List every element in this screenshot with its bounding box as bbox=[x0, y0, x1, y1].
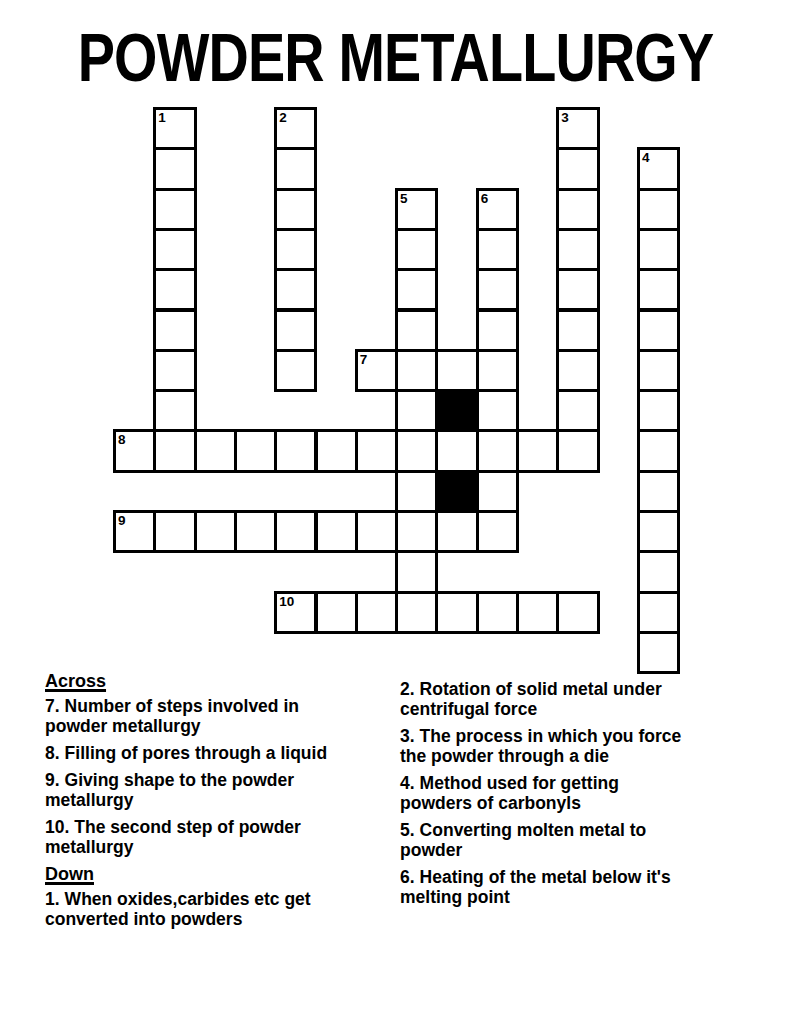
cell-r9c11[interactable] bbox=[516, 429, 559, 472]
cell-r13c5[interactable]: 10 bbox=[274, 591, 317, 634]
cell-r4c14[interactable] bbox=[637, 228, 680, 271]
clue-text: Method used for getting powders of carbo… bbox=[400, 773, 619, 813]
clue-down-1: 1.When oxides,carbides etc get converted… bbox=[45, 889, 393, 929]
cell-r11c4[interactable] bbox=[234, 510, 277, 553]
cell-r9c5[interactable] bbox=[274, 429, 317, 472]
cell-r10c14[interactable] bbox=[637, 470, 680, 513]
cell-r11c7[interactable] bbox=[355, 510, 398, 553]
cell-r13c12[interactable] bbox=[556, 591, 599, 634]
cell-r6c10[interactable] bbox=[476, 309, 519, 352]
cell-r5c5[interactable] bbox=[274, 268, 317, 311]
cell-r6c14[interactable] bbox=[637, 309, 680, 352]
clue-text: Number of steps involved in powder metal… bbox=[45, 696, 299, 736]
cell-r9c1[interactable]: 8 bbox=[113, 429, 156, 472]
cell-r8c2[interactable] bbox=[153, 389, 196, 432]
clue-text: Heating of the metal below it's melting … bbox=[400, 867, 671, 907]
clue-number: 8. bbox=[45, 743, 60, 763]
cell-r7c5[interactable] bbox=[274, 349, 317, 392]
cell-r3c8[interactable]: 5 bbox=[395, 188, 438, 231]
cell-r12c8[interactable] bbox=[395, 550, 438, 593]
cell-r13c14[interactable] bbox=[637, 591, 680, 634]
cell-r13c8[interactable] bbox=[395, 591, 438, 634]
cell-r10c10[interactable] bbox=[476, 470, 519, 513]
cell-r10c8[interactable] bbox=[395, 470, 438, 513]
cell-r2c14[interactable]: 4 bbox=[637, 147, 680, 190]
cell-r8c12[interactable] bbox=[556, 389, 599, 432]
clue-text: The second step of powder metallurgy bbox=[45, 817, 301, 857]
cell-r9c8[interactable] bbox=[395, 429, 438, 472]
cell-r4c10[interactable] bbox=[476, 228, 519, 271]
cell-r9c12[interactable] bbox=[556, 429, 599, 472]
clue-number: 5. bbox=[400, 820, 415, 840]
cell-r7c14[interactable] bbox=[637, 349, 680, 392]
clue-column-left: Across 7.Number of steps involved in pow… bbox=[45, 671, 393, 936]
clue-text: Rotation of solid metal under centrifuga… bbox=[400, 679, 662, 719]
cell-r9c2[interactable] bbox=[153, 429, 196, 472]
cell-r9c14[interactable] bbox=[637, 429, 680, 472]
clue-across-7: 7.Number of steps involved in powder met… bbox=[45, 696, 393, 736]
cell-r11c3[interactable] bbox=[194, 510, 237, 553]
cell-r8c8[interactable] bbox=[395, 389, 438, 432]
cell-r7c2[interactable] bbox=[153, 349, 196, 392]
down-heading: Down bbox=[45, 864, 393, 884]
clue-number: 2. bbox=[400, 679, 415, 699]
cell-r7c8[interactable] bbox=[395, 349, 438, 392]
cell-r8c10[interactable] bbox=[476, 389, 519, 432]
cell-r13c10[interactable] bbox=[476, 591, 519, 634]
cell-r6c8[interactable] bbox=[395, 309, 438, 352]
cell-r7c7[interactable]: 7 bbox=[355, 349, 398, 392]
cell-number: 7 bbox=[360, 352, 368, 368]
clue-number: 3. bbox=[400, 726, 415, 746]
black-cell-r10c9 bbox=[435, 470, 478, 513]
cell-r4c5[interactable] bbox=[274, 228, 317, 271]
cell-number: 1 bbox=[158, 110, 166, 126]
clue-column-right: 2.Rotation of solid metal under centrifu… bbox=[400, 671, 750, 914]
clue-across-8: 8.Filling of pores through a liquid bbox=[45, 743, 393, 763]
page-title: POWDER METALLURGY bbox=[71, 22, 720, 92]
clue-down-6: 6.Heating of the metal below it's meltin… bbox=[400, 867, 750, 907]
cell-r1c5[interactable]: 2 bbox=[274, 107, 317, 150]
clue-text: Giving shape to the powder metallurgy bbox=[45, 770, 294, 810]
cell-number: 5 bbox=[400, 191, 408, 207]
cell-r11c5[interactable] bbox=[274, 510, 317, 553]
cell-r9c4[interactable] bbox=[234, 429, 277, 472]
cell-r13c6[interactable] bbox=[315, 591, 358, 634]
cell-r9c7[interactable] bbox=[355, 429, 398, 472]
cell-r11c10[interactable] bbox=[476, 510, 519, 553]
clue-text: Converting molten metal to powder bbox=[400, 820, 646, 860]
cell-r3c12[interactable] bbox=[556, 188, 599, 231]
cell-r6c2[interactable] bbox=[153, 309, 196, 352]
across-heading: Across bbox=[45, 671, 393, 691]
cell-r3c10[interactable]: 6 bbox=[476, 188, 519, 231]
clue-number: 7. bbox=[45, 696, 60, 716]
cell-r7c10[interactable] bbox=[476, 349, 519, 392]
clue-number: 9. bbox=[45, 770, 60, 790]
clue-across-9: 9.Giving shape to the powder metallurgy bbox=[45, 770, 393, 810]
cell-r2c2[interactable] bbox=[153, 147, 196, 190]
cell-r7c12[interactable] bbox=[556, 349, 599, 392]
cell-r9c3[interactable] bbox=[194, 429, 237, 472]
cell-r13c9[interactable] bbox=[435, 591, 478, 634]
cell-r11c1[interactable]: 9 bbox=[113, 510, 156, 553]
cell-r11c8[interactable] bbox=[395, 510, 438, 553]
cell-r11c2[interactable] bbox=[153, 510, 196, 553]
clue-number: 10. bbox=[45, 817, 69, 837]
cell-number: 4 bbox=[642, 150, 650, 166]
clue-text: Filling of pores through a liquid bbox=[65, 743, 327, 763]
cell-number: 8 bbox=[118, 432, 126, 448]
cell-number: 3 bbox=[561, 110, 569, 126]
cell-r7c9[interactable] bbox=[435, 349, 478, 392]
cell-r5c2[interactable] bbox=[153, 268, 196, 311]
cell-r3c5[interactable] bbox=[274, 188, 317, 231]
cell-r2c12[interactable] bbox=[556, 147, 599, 190]
cell-r14c14[interactable] bbox=[637, 631, 680, 674]
cell-r11c14[interactable] bbox=[637, 510, 680, 553]
cell-r9c10[interactable] bbox=[476, 429, 519, 472]
clue-down-2: 2.Rotation of solid metal under centrifu… bbox=[400, 679, 750, 719]
cell-r6c5[interactable] bbox=[274, 309, 317, 352]
clue-across-10: 10.The second step of powder metallurgy bbox=[45, 817, 393, 857]
cell-r2c5[interactable] bbox=[274, 147, 317, 190]
cell-number: 10 bbox=[279, 594, 294, 610]
cell-r13c7[interactable] bbox=[355, 591, 398, 634]
cell-r5c8[interactable] bbox=[395, 268, 438, 311]
clue-text: When oxides,carbides etc get converted i… bbox=[45, 889, 311, 929]
cell-r11c9[interactable] bbox=[435, 510, 478, 553]
cell-r1c2[interactable]: 1 bbox=[153, 107, 196, 150]
clue-number: 1. bbox=[45, 889, 60, 909]
crossword-grid: 12345678910 bbox=[113, 107, 681, 675]
cell-r13c11[interactable] bbox=[516, 591, 559, 634]
cell-number: 2 bbox=[279, 110, 287, 126]
cell-r5c10[interactable] bbox=[476, 268, 519, 311]
cell-r4c8[interactable] bbox=[395, 228, 438, 271]
clue-number: 4. bbox=[400, 773, 415, 793]
cell-r5c12[interactable] bbox=[556, 268, 599, 311]
cell-r4c2[interactable] bbox=[153, 228, 196, 271]
cell-r12c14[interactable] bbox=[637, 550, 680, 593]
cell-r3c2[interactable] bbox=[153, 188, 196, 231]
cell-r6c12[interactable] bbox=[556, 309, 599, 352]
cell-r4c12[interactable] bbox=[556, 228, 599, 271]
cell-number: 6 bbox=[481, 191, 489, 207]
cell-number: 9 bbox=[118, 513, 126, 529]
cell-r9c9[interactable] bbox=[435, 429, 478, 472]
cell-r3c14[interactable] bbox=[637, 188, 680, 231]
clue-down-5: 5.Converting molten metal to powder bbox=[400, 820, 750, 860]
cell-r1c12[interactable]: 3 bbox=[556, 107, 599, 150]
clue-number: 6. bbox=[400, 867, 415, 887]
cell-r8c14[interactable] bbox=[637, 389, 680, 432]
cell-r11c6[interactable] bbox=[315, 510, 358, 553]
cell-r5c14[interactable] bbox=[637, 268, 680, 311]
cell-r9c6[interactable] bbox=[315, 429, 358, 472]
clue-text: The process in which you force the powde… bbox=[400, 726, 681, 766]
black-cell-r8c9 bbox=[435, 389, 478, 432]
clue-down-4: 4.Method used for getting powders of car… bbox=[400, 773, 750, 813]
clue-down-3: 3.The process in which you force the pow… bbox=[400, 726, 750, 766]
worksheet-page: POWDER METALLURGY 12345678910 Across 7.N… bbox=[0, 0, 791, 1024]
